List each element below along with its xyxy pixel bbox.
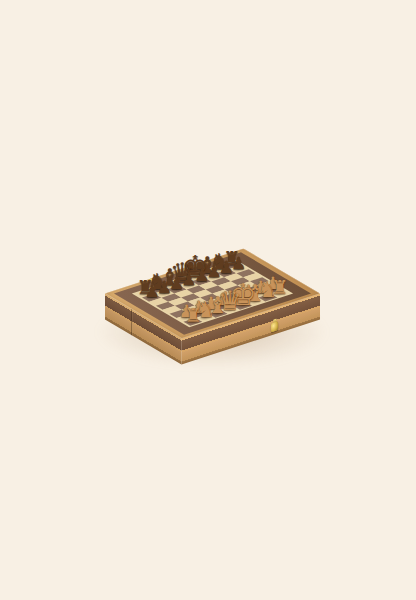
chess-set-product-photo: ♜♞♝♛♚♝♞♜♟♟♟♟♟♟♟♟♟♟♟♟♟♟♟♟♜♞♝♛♚♝♞♜ (0, 0, 416, 600)
square-a1: ♜ (183, 318, 202, 326)
piece-black-pawn-a7: ♟ (144, 283, 159, 300)
brass-latch (270, 317, 281, 335)
piece-white-rook-a1: ♜ (184, 306, 201, 325)
latch-plate-icon (271, 321, 278, 332)
square-a7: ♟ (142, 294, 161, 302)
fold-seam (131, 309, 132, 335)
